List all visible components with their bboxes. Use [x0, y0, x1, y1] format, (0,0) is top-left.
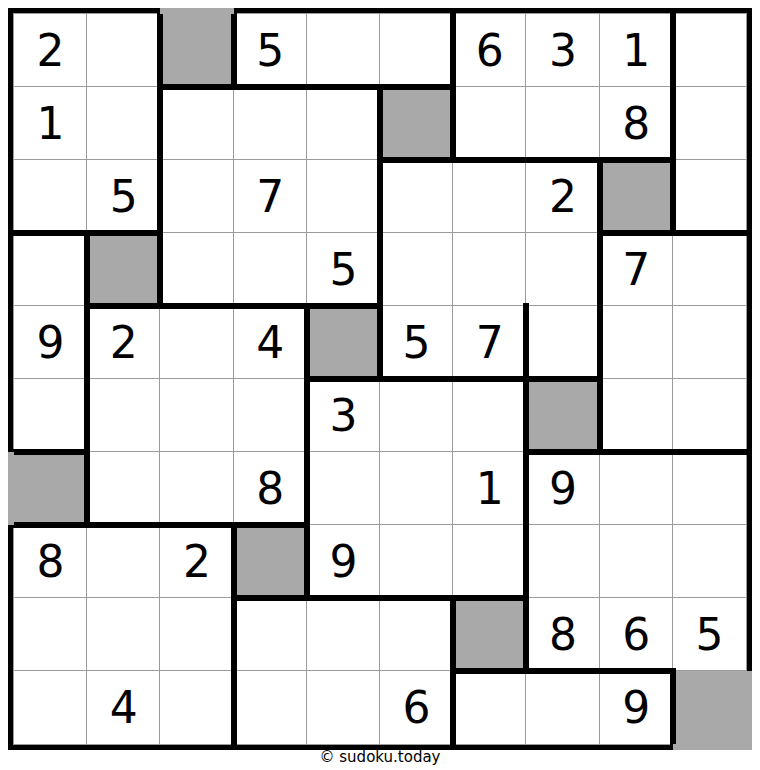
- cell-r7c7[interactable]: 1: [453, 452, 526, 525]
- region-wall: [231, 11, 237, 90]
- cell-r1c9[interactable]: 1: [600, 14, 673, 87]
- cell-r7c5[interactable]: [307, 452, 380, 525]
- cell-r1c4[interactable]: 5: [234, 14, 307, 87]
- cell-r1c7[interactable]: 6: [453, 14, 526, 87]
- region-wall: [157, 11, 163, 309]
- region-wall: [597, 157, 603, 455]
- cell-r5c3[interactable]: [160, 306, 233, 379]
- cell-r1c1[interactable]: 2: [14, 14, 87, 87]
- cell-r8c2[interactable]: [87, 525, 160, 598]
- blocked-cell-r1c3: [160, 14, 233, 87]
- cell-r3c8[interactable]: 2: [526, 160, 599, 233]
- cell-r8c10[interactable]: [673, 525, 746, 598]
- cell-r10c8[interactable]: [526, 671, 599, 744]
- outer-border-gray-gap-top: [160, 8, 233, 14]
- cell-r7c3[interactable]: [160, 452, 233, 525]
- cell-r9c9[interactable]: 6: [600, 598, 673, 671]
- region-wall: [157, 84, 456, 90]
- cell-r5c10[interactable]: [673, 306, 746, 379]
- cell-r6c9[interactable]: [600, 379, 673, 452]
- region-wall: [84, 230, 90, 528]
- cell-r5c6[interactable]: 5: [380, 306, 453, 379]
- cell-r7c10[interactable]: [673, 452, 746, 525]
- outer-border-gray-gap-left: [8, 452, 14, 525]
- cell-r2c10[interactable]: [673, 87, 746, 160]
- outer-border-gray-gap-right: [746, 671, 752, 750]
- cell-r1c8[interactable]: 3: [526, 14, 599, 87]
- cell-r5c4[interactable]: 4: [234, 306, 307, 379]
- cell-r8c5[interactable]: 9: [307, 525, 380, 598]
- region-wall: [84, 303, 383, 309]
- cell-r9c6[interactable]: [380, 598, 453, 671]
- cell-r9c10[interactable]: 5: [673, 598, 746, 671]
- cell-r6c10[interactable]: [673, 379, 746, 452]
- cell-r6c7[interactable]: [453, 379, 526, 452]
- cell-r9c8[interactable]: 8: [526, 598, 599, 671]
- cell-r1c5[interactable]: [307, 14, 380, 87]
- blocked-cell-r5c5: [307, 306, 380, 379]
- cell-r5c7[interactable]: 7: [453, 306, 526, 379]
- blocked-cell-r4c2: [87, 233, 160, 306]
- cell-r7c4[interactable]: 8: [234, 452, 307, 525]
- region-wall: [523, 303, 529, 674]
- cell-r5c2[interactable]: 2: [87, 306, 160, 379]
- cell-r3c2[interactable]: 5: [87, 160, 160, 233]
- cell-r6c4[interactable]: [234, 379, 307, 452]
- cell-r7c8[interactable]: 9: [526, 452, 599, 525]
- region-wall: [231, 595, 530, 601]
- cell-r6c5[interactable]: 3: [307, 379, 380, 452]
- region-wall: [304, 376, 603, 382]
- cell-r2c8[interactable]: [526, 87, 599, 160]
- copyright-text: © sudoku.today: [0, 748, 760, 766]
- cell-r3c5[interactable]: [307, 160, 380, 233]
- region-wall: [11, 449, 90, 455]
- blocked-cell-r9c7: [453, 598, 526, 671]
- blocked-cell-r8c4: [234, 525, 307, 598]
- cell-r2c1[interactable]: 1: [14, 87, 87, 160]
- cell-r3c4[interactable]: 7: [234, 160, 307, 233]
- region-wall: [597, 230, 749, 236]
- blocked-cell-r10c10: [673, 671, 746, 744]
- cell-r8c9[interactable]: [600, 525, 673, 598]
- cell-r4c5[interactable]: 5: [307, 233, 380, 306]
- region-wall: [304, 303, 310, 601]
- cell-r6c1[interactable]: [14, 379, 87, 452]
- cell-r1c6[interactable]: [380, 14, 453, 87]
- cell-r10c5[interactable]: [307, 671, 380, 744]
- cell-r6c2[interactable]: [87, 379, 160, 452]
- cell-r3c1[interactable]: [14, 160, 87, 233]
- cell-r4c7[interactable]: [453, 233, 526, 306]
- cell-r3c3[interactable]: [160, 160, 233, 233]
- cell-r10c9[interactable]: 9: [600, 671, 673, 744]
- cell-r4c6[interactable]: [380, 233, 453, 306]
- cell-r3c6[interactable]: [380, 160, 453, 233]
- cell-r10c4[interactable]: [234, 671, 307, 744]
- cell-r5c9[interactable]: [600, 306, 673, 379]
- outer-border-gray-gap-bottom: [673, 744, 752, 750]
- sudoku-board: 256311857257924573819829865469: [8, 8, 752, 750]
- cell-r1c10[interactable]: [673, 14, 746, 87]
- cell-r2c7[interactable]: [453, 87, 526, 160]
- cell-r10c7[interactable]: [453, 671, 526, 744]
- region-wall: [231, 522, 237, 747]
- region-wall: [523, 449, 749, 455]
- cell-r8c6[interactable]: [380, 525, 453, 598]
- blocked-cell-r2c6: [380, 87, 453, 160]
- cell-r9c5[interactable]: [307, 598, 380, 671]
- region-wall: [11, 522, 310, 528]
- cell-r9c4[interactable]: [234, 598, 307, 671]
- cell-r4c1[interactable]: [14, 233, 87, 306]
- cell-r2c2[interactable]: [87, 87, 160, 160]
- cell-r6c3[interactable]: [160, 379, 233, 452]
- cell-r2c4[interactable]: [234, 87, 307, 160]
- blocked-cell-r6c8: [526, 379, 599, 452]
- cell-r1c2[interactable]: [87, 14, 160, 87]
- region-wall: [450, 668, 676, 674]
- region-wall: [670, 668, 676, 747]
- cell-r2c5[interactable]: [307, 87, 380, 160]
- cell-r5c1[interactable]: 9: [14, 306, 87, 379]
- cell-r10c2[interactable]: 4: [87, 671, 160, 744]
- blocked-cell-r7c1: [14, 452, 87, 525]
- cell-r4c3[interactable]: [160, 233, 233, 306]
- cell-r8c1[interactable]: 8: [14, 525, 87, 598]
- cell-r4c9[interactable]: 7: [600, 233, 673, 306]
- cell-r7c2[interactable]: [87, 452, 160, 525]
- cell-r9c2[interactable]: [87, 598, 160, 671]
- cell-r2c3[interactable]: [160, 87, 233, 160]
- cell-r3c7[interactable]: [453, 160, 526, 233]
- region-wall: [377, 84, 383, 382]
- cell-r10c1[interactable]: [14, 671, 87, 744]
- cell-r7c6[interactable]: [380, 452, 453, 525]
- cell-r10c6[interactable]: 6: [380, 671, 453, 744]
- cell-r8c8[interactable]: [526, 525, 599, 598]
- cell-r5c8[interactable]: [526, 306, 599, 379]
- region-wall: [11, 230, 163, 236]
- cell-r3c10[interactable]: [673, 160, 746, 233]
- cell-r4c10[interactable]: [673, 233, 746, 306]
- cell-r2c9[interactable]: 8: [600, 87, 673, 160]
- cell-r4c8[interactable]: [526, 233, 599, 306]
- cell-r9c3[interactable]: [160, 598, 233, 671]
- cell-r10c3[interactable]: [160, 671, 233, 744]
- cell-r6c6[interactable]: [380, 379, 453, 452]
- cell-r7c9[interactable]: [600, 452, 673, 525]
- blocked-cell-r3c9: [600, 160, 673, 233]
- cell-r9c1[interactable]: [14, 598, 87, 671]
- cell-r8c7[interactable]: [453, 525, 526, 598]
- region-wall: [377, 157, 676, 163]
- region-wall: [670, 11, 676, 236]
- cell-r4c4[interactable]: [234, 233, 307, 306]
- cell-r8c3[interactable]: 2: [160, 525, 233, 598]
